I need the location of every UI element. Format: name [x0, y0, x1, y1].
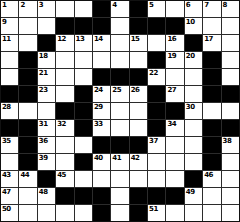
- white-cell-r8c4[interactable]: 32: [56, 120, 73, 136]
- white-cell-r13c9[interactable]: 51: [148, 205, 165, 221]
- white-cell-r4c3[interactable]: 18: [38, 52, 55, 68]
- white-cell-r3c9[interactable]: [148, 35, 165, 51]
- clue-number-20: 20: [186, 52, 195, 60]
- black-cell-r5c7: [111, 69, 128, 85]
- black-cell-r7c5: [75, 103, 92, 119]
- white-cell-r11c13[interactable]: [222, 171, 239, 187]
- black-cell-r4c2: [19, 52, 36, 68]
- white-cell-r6c6[interactable]: 24: [93, 86, 110, 102]
- white-cell-r13c12[interactable]: [203, 205, 220, 221]
- black-cell-r3c3: [38, 35, 55, 51]
- clue-number-2: 2: [20, 1, 24, 9]
- white-cell-r12c3[interactable]: 48: [38, 188, 55, 204]
- white-cell-r13c11[interactable]: [185, 205, 202, 221]
- black-cell-r6c2: [19, 86, 36, 102]
- clue-number-17: 17: [204, 35, 213, 43]
- white-cell-r10c1[interactable]: [1, 154, 18, 170]
- white-cell-r3c2[interactable]: [19, 35, 36, 51]
- white-cell-r6c7[interactable]: 25: [111, 86, 128, 102]
- black-cell-r12c5: [75, 188, 92, 204]
- white-cell-r13c4[interactable]: [56, 205, 73, 221]
- black-cell-r8c12: [203, 120, 220, 136]
- clue-number-42: 42: [131, 154, 140, 162]
- black-cell-r12c4: [56, 188, 73, 204]
- white-cell-r8c8[interactable]: [130, 120, 147, 136]
- white-cell-r9c3[interactable]: 36: [38, 137, 55, 153]
- black-cell-r8c1: [1, 120, 18, 136]
- white-cell-r11c6[interactable]: [93, 171, 110, 187]
- white-cell-r4c1[interactable]: [1, 52, 18, 68]
- black-cell-r5c12: [203, 69, 220, 85]
- black-cell-r4c12: [203, 52, 220, 68]
- white-cell-r9c5[interactable]: [75, 137, 92, 153]
- white-cell-r5c5[interactable]: [75, 69, 92, 85]
- clue-number-32: 32: [57, 120, 66, 128]
- white-cell-r9c4[interactable]: [56, 137, 73, 153]
- clue-number-24: 24: [94, 86, 103, 94]
- clue-number-38: 38: [223, 137, 232, 145]
- white-cell-r8c11[interactable]: [185, 120, 202, 136]
- white-cell-r11c1[interactable]: 43: [1, 171, 18, 187]
- white-cell-r10c6[interactable]: 40: [93, 154, 110, 170]
- white-cell-r7c13[interactable]: [222, 103, 239, 119]
- white-cell-r10c7[interactable]: 41: [111, 154, 128, 170]
- black-cell-r2c6: [93, 18, 110, 34]
- white-cell-r11c2[interactable]: 44: [19, 171, 36, 187]
- white-cell-r13c3[interactable]: [38, 205, 55, 221]
- white-cell-r1c12[interactable]: 7: [203, 1, 220, 17]
- black-cell-r7c4: [56, 103, 73, 119]
- white-cell-r13c13[interactable]: [222, 205, 239, 221]
- white-cell-r12c11[interactable]: 49: [185, 188, 202, 204]
- clue-number-22: 22: [149, 69, 158, 77]
- white-cell-r12c13[interactable]: [222, 188, 239, 204]
- clue-number-1: 1: [2, 1, 6, 9]
- clue-number-15: 15: [131, 35, 140, 43]
- clue-number-23: 23: [39, 86, 48, 94]
- white-cell-r10c13[interactable]: [222, 154, 239, 170]
- black-cell-r5c8: [130, 69, 147, 85]
- white-cell-r6c4[interactable]: [56, 86, 73, 102]
- white-cell-r1c5[interactable]: [75, 1, 92, 17]
- clue-number-27: 27: [167, 86, 176, 94]
- white-cell-r7c11[interactable]: 30: [185, 103, 202, 119]
- white-cell-r3c8[interactable]: 15: [130, 35, 147, 51]
- clue-number-11: 11: [2, 35, 11, 43]
- white-cell-r2c3[interactable]: [38, 18, 55, 34]
- white-cell-r3c5[interactable]: 13: [75, 35, 92, 51]
- white-cell-r13c1[interactable]: 50: [1, 205, 18, 221]
- clue-number-8: 8: [223, 1, 227, 9]
- clue-number-14: 14: [94, 35, 103, 43]
- white-cell-r6c3[interactable]: 23: [38, 86, 55, 102]
- black-cell-r11c3: [38, 171, 55, 187]
- black-cell-r5c2: [19, 69, 36, 85]
- clue-number-41: 41: [112, 154, 121, 162]
- clue-number-16: 16: [167, 35, 176, 43]
- clue-number-4: 4: [112, 1, 116, 9]
- black-cell-r10c2: [19, 154, 36, 170]
- white-cell-r4c5[interactable]: [75, 52, 92, 68]
- white-cell-r4c6[interactable]: [93, 52, 110, 68]
- white-cell-r13c7[interactable]: [111, 205, 128, 221]
- black-cell-r2c8: [130, 18, 147, 34]
- clue-number-31: 31: [39, 120, 48, 128]
- white-cell-r3c13[interactable]: [222, 35, 239, 51]
- black-cell-r2c4: [56, 18, 73, 34]
- black-cell-r3c11: [185, 35, 202, 51]
- clue-number-46: 46: [204, 171, 213, 179]
- clue-number-19: 19: [167, 52, 176, 60]
- clue-number-49: 49: [186, 188, 195, 196]
- black-cell-r6c12: [203, 86, 220, 102]
- white-cell-r6c8[interactable]: 26: [130, 86, 147, 102]
- white-cell-r9c11[interactable]: [185, 137, 202, 153]
- clue-number-12: 12: [57, 35, 66, 43]
- white-cell-r7c12[interactable]: [203, 103, 220, 119]
- white-cell-r2c12[interactable]: [203, 18, 220, 34]
- white-cell-r7c7[interactable]: [111, 103, 128, 119]
- clue-number-29: 29: [94, 103, 103, 111]
- black-cell-r11c11: [185, 171, 202, 187]
- clue-number-47: 47: [2, 188, 11, 196]
- white-cell-r1c4[interactable]: [56, 1, 73, 17]
- white-cell-r4c4[interactable]: [56, 52, 73, 68]
- black-cell-r6c13: [222, 86, 239, 102]
- black-cell-r9c2: [19, 137, 36, 153]
- white-cell-r4c13[interactable]: [222, 52, 239, 68]
- white-cell-r11c8[interactable]: [130, 171, 147, 187]
- white-cell-r12c12[interactable]: [203, 188, 220, 204]
- clue-number-3: 3: [39, 1, 43, 9]
- white-cell-r12c7[interactable]: [111, 188, 128, 204]
- black-cell-r8c9: [148, 120, 165, 136]
- black-cell-r10c5: [75, 154, 92, 170]
- white-cell-r2c11[interactable]: 10: [185, 18, 202, 34]
- white-cell-r1c9[interactable]: 5: [148, 1, 165, 17]
- black-cell-r12c6: [93, 188, 110, 204]
- white-cell-r10c9[interactable]: [148, 154, 165, 170]
- black-cell-r4c9: [148, 52, 165, 68]
- white-cell-r7c2[interactable]: [19, 103, 36, 119]
- white-cell-r5c9[interactable]: 22: [148, 69, 165, 85]
- clue-number-21: 21: [39, 69, 48, 77]
- white-cell-r9c9[interactable]: 37: [148, 137, 165, 153]
- black-cell-r8c13: [222, 120, 239, 136]
- clue-number-25: 25: [112, 86, 121, 94]
- white-cell-r11c12[interactable]: 46: [203, 171, 220, 187]
- white-cell-r10c3[interactable]: 39: [38, 154, 55, 170]
- clue-number-45: 45: [57, 171, 66, 179]
- black-cell-r6c1: [1, 86, 18, 102]
- white-cell-r11c7[interactable]: [111, 171, 128, 187]
- white-cell-r11c9[interactable]: [148, 171, 165, 187]
- clue-number-44: 44: [20, 171, 29, 179]
- white-cell-r8c7[interactable]: [111, 120, 128, 136]
- white-cell-r5c11[interactable]: [185, 69, 202, 85]
- clue-number-35: 35: [2, 137, 11, 145]
- black-cell-r1c6: [93, 1, 110, 17]
- clue-number-30: 30: [186, 103, 195, 111]
- black-cell-r8c2: [19, 120, 36, 136]
- white-cell-r13c5[interactable]: [75, 205, 92, 221]
- black-cell-r10c12: [203, 154, 220, 170]
- white-cell-r4c11[interactable]: 20: [185, 52, 202, 68]
- white-cell-r4c10[interactable]: 19: [166, 52, 183, 68]
- black-cell-r8c5: [75, 120, 92, 136]
- white-cell-r9c10[interactable]: [166, 137, 183, 153]
- white-cell-r13c10[interactable]: [166, 205, 183, 221]
- black-cell-r2c9: [148, 18, 165, 34]
- black-cell-r6c5: [75, 86, 92, 102]
- clue-number-37: 37: [149, 137, 158, 145]
- white-cell-r5c3[interactable]: 21: [38, 69, 55, 85]
- white-cell-r8c6[interactable]: 33: [93, 120, 110, 136]
- clue-number-6: 6: [186, 1, 190, 9]
- crossword-grid: 1234567891011121314151617181920212223242…: [0, 0, 240, 222]
- white-cell-r2c2[interactable]: [19, 18, 36, 34]
- white-cell-r11c5[interactable]: [75, 171, 92, 187]
- black-cell-r6c9: [148, 86, 165, 102]
- black-cell-r2c5: [75, 18, 92, 34]
- black-cell-r7c9: [148, 103, 165, 119]
- clue-number-9: 9: [2, 18, 6, 26]
- clue-number-10: 10: [186, 18, 195, 26]
- clue-number-43: 43: [2, 171, 11, 179]
- white-cell-r10c4[interactable]: [56, 154, 73, 170]
- white-cell-r1c11[interactable]: 6: [185, 1, 202, 17]
- white-cell-r2c7[interactable]: [111, 18, 128, 34]
- white-cell-r1c13[interactable]: 8: [222, 1, 239, 17]
- clue-number-51: 51: [149, 205, 158, 213]
- white-cell-r2c1[interactable]: 9: [1, 18, 18, 34]
- white-cell-r8c3[interactable]: 31: [38, 120, 55, 136]
- clue-number-28: 28: [2, 103, 11, 111]
- black-cell-r9c12: [203, 137, 220, 153]
- white-cell-r7c3[interactable]: [38, 103, 55, 119]
- white-cell-r12c2[interactable]: [19, 188, 36, 204]
- clue-number-36: 36: [39, 137, 48, 145]
- white-cell-r3c7[interactable]: [111, 35, 128, 51]
- black-cell-r1c8: [130, 1, 147, 17]
- clue-number-40: 40: [94, 154, 103, 162]
- clue-number-13: 13: [76, 35, 85, 43]
- white-cell-r7c1[interactable]: 28: [1, 103, 18, 119]
- black-cell-r9c6: [93, 137, 110, 153]
- white-cell-r2c13[interactable]: [222, 18, 239, 34]
- white-cell-r3c4[interactable]: 12: [56, 35, 73, 51]
- black-cell-r12c10: [166, 188, 183, 204]
- clue-number-7: 7: [204, 1, 208, 9]
- white-cell-r9c1[interactable]: 35: [1, 137, 18, 153]
- white-cell-r4c8[interactable]: [130, 52, 147, 68]
- white-cell-r1c1[interactable]: 1: [1, 1, 18, 17]
- white-cell-r4c7[interactable]: [111, 52, 128, 68]
- clue-number-33: 33: [94, 120, 103, 128]
- white-cell-r5c1[interactable]: [1, 69, 18, 85]
- black-cell-r13c8: [130, 205, 147, 221]
- black-cell-r9c8: [130, 137, 147, 153]
- clue-number-50: 50: [2, 205, 11, 213]
- white-cell-r1c3[interactable]: 3: [38, 1, 55, 17]
- white-cell-r11c4[interactable]: 45: [56, 171, 73, 187]
- white-cell-r6c10[interactable]: 27: [166, 86, 183, 102]
- white-cell-r3c1[interactable]: 11: [1, 35, 18, 51]
- clue-number-34: 34: [167, 120, 176, 128]
- black-cell-r2c10: [166, 18, 183, 34]
- black-cell-r5c6: [93, 69, 110, 85]
- white-cell-r11c10[interactable]: [166, 171, 183, 187]
- black-cell-r13c6: [93, 205, 110, 221]
- black-cell-r9c7: [111, 137, 128, 153]
- white-cell-r3c10[interactable]: 16: [166, 35, 183, 51]
- white-cell-r1c10[interactable]: [166, 1, 183, 17]
- white-cell-r6c11[interactable]: [185, 86, 202, 102]
- clue-number-26: 26: [131, 86, 140, 94]
- white-cell-r5c13[interactable]: [222, 69, 239, 85]
- white-cell-r10c10[interactable]: [166, 154, 183, 170]
- white-cell-r10c11[interactable]: [185, 154, 202, 170]
- white-cell-r13c2[interactable]: [19, 205, 36, 221]
- clue-number-5: 5: [149, 1, 153, 9]
- white-cell-r5c10[interactable]: [166, 69, 183, 85]
- clue-number-18: 18: [39, 52, 48, 60]
- white-cell-r1c7[interactable]: 4: [111, 1, 128, 17]
- white-cell-r8c10[interactable]: 34: [166, 120, 183, 136]
- white-cell-r7c6[interactable]: 29: [93, 103, 110, 119]
- black-cell-r7c10: [166, 103, 183, 119]
- white-cell-r5c4[interactable]: [56, 69, 73, 85]
- white-cell-r7c8[interactable]: [130, 103, 147, 119]
- white-cell-r9c13[interactable]: 38: [222, 137, 239, 153]
- clue-number-48: 48: [39, 188, 48, 196]
- black-cell-r12c9: [148, 188, 165, 204]
- white-cell-r12c1[interactable]: 47: [1, 188, 18, 204]
- white-cell-r3c12[interactable]: 17: [203, 35, 220, 51]
- black-cell-r12c8: [130, 188, 147, 204]
- white-cell-r1c2[interactable]: 2: [19, 1, 36, 17]
- clue-number-39: 39: [39, 154, 48, 162]
- white-cell-r10c8[interactable]: 42: [130, 154, 147, 170]
- white-cell-r3c6[interactable]: 14: [93, 35, 110, 51]
